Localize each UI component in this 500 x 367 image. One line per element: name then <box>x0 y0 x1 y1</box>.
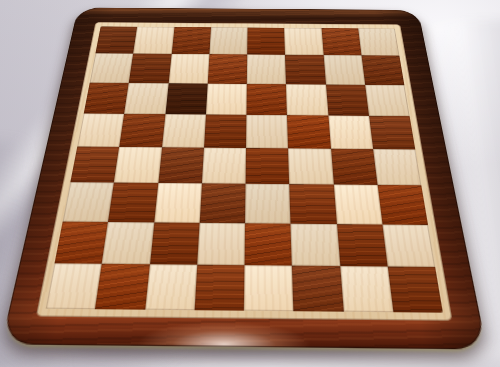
square-g5 <box>328 115 373 149</box>
square-g6 <box>326 84 369 115</box>
square-d8 <box>209 27 247 54</box>
square-c1 <box>145 264 197 310</box>
square-f4 <box>288 148 333 184</box>
square-g8 <box>321 28 361 55</box>
square-f7 <box>285 55 325 84</box>
square-g1 <box>340 266 393 312</box>
square-d3 <box>199 184 245 223</box>
square-f5 <box>287 115 330 149</box>
square-e8 <box>247 28 285 55</box>
square-c7 <box>168 54 209 83</box>
square-h4 <box>373 149 421 185</box>
square-e6 <box>246 84 287 115</box>
square-g7 <box>323 55 365 84</box>
square-h5 <box>369 116 416 150</box>
square-b5 <box>119 114 165 148</box>
square-h3 <box>377 185 428 224</box>
square-g3 <box>333 185 382 224</box>
square-c5 <box>162 114 206 148</box>
square-a4 <box>70 147 119 183</box>
square-d2 <box>197 222 245 265</box>
square-a8 <box>95 26 137 53</box>
square-a5 <box>77 113 124 147</box>
square-g2 <box>336 224 387 267</box>
square-f2 <box>291 223 340 266</box>
square-d6 <box>206 83 247 114</box>
square-a6 <box>84 82 129 113</box>
square-b4 <box>114 147 162 183</box>
square-f3 <box>289 184 336 223</box>
square-e3 <box>245 184 291 223</box>
square-h8 <box>358 28 399 55</box>
square-a2 <box>55 221 109 263</box>
square-d4 <box>202 148 246 184</box>
square-a1 <box>46 263 102 309</box>
square-h1 <box>387 266 442 312</box>
playing-field <box>46 26 443 312</box>
square-a3 <box>63 182 114 221</box>
square-g4 <box>331 149 378 185</box>
square-h7 <box>361 56 404 85</box>
square-b3 <box>108 183 158 222</box>
square-c3 <box>154 183 202 222</box>
square-e4 <box>246 148 290 184</box>
square-e2 <box>245 223 293 266</box>
square-b2 <box>102 222 154 264</box>
square-h2 <box>382 224 435 267</box>
photo-scene <box>0 0 500 367</box>
square-b8 <box>133 27 174 54</box>
square-h6 <box>365 85 410 116</box>
square-b7 <box>129 54 171 83</box>
square-e7 <box>247 55 286 84</box>
board-frame <box>1 8 487 350</box>
square-e1 <box>244 265 294 311</box>
square-a7 <box>90 53 134 82</box>
square-f8 <box>284 28 323 55</box>
square-c8 <box>171 27 211 54</box>
square-d7 <box>208 54 248 83</box>
square-e5 <box>246 115 288 149</box>
square-c4 <box>158 147 204 183</box>
square-c2 <box>149 222 199 264</box>
square-c6 <box>165 83 207 114</box>
square-b6 <box>124 83 168 114</box>
square-d1 <box>194 264 244 310</box>
chess-board <box>1 8 487 350</box>
square-f1 <box>292 265 343 311</box>
maple-inlay-border <box>36 22 453 321</box>
square-d5 <box>204 114 247 148</box>
square-f6 <box>286 84 328 115</box>
square-b1 <box>95 264 149 310</box>
